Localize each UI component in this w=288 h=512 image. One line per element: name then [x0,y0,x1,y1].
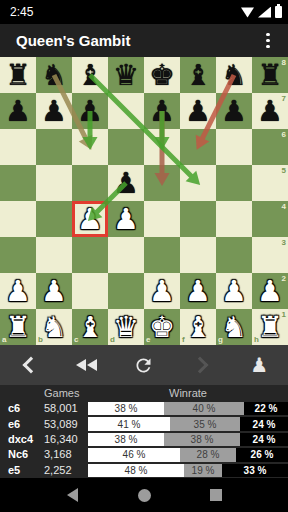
square-f5[interactable] [180,165,216,201]
winrate-bar: 38 %38 %24 % [88,433,288,446]
white-pawn-h2[interactable]: ♟ [252,273,288,309]
stats-row-dxc4[interactable]: dxc416,34038 %38 %24 % [0,432,288,447]
square-e6[interactable] [144,129,180,165]
square-f6[interactable] [180,129,216,165]
stats-rows: c658,00138 %40 %22 %e653,08941 %35 %24 %… [0,401,288,478]
games-count: 2,252 [44,463,86,478]
square-g7[interactable]: ♟ [216,93,252,129]
pawn-icon: ♟ [250,355,268,375]
square-b8[interactable]: ♞ [36,57,72,93]
black-winrate-segment: 24 % [240,417,288,430]
square-b3[interactable] [36,237,72,273]
rewind-icon [76,359,97,371]
square-d3[interactable] [108,237,144,273]
gray-winrate-segment: 35 % [170,417,240,430]
white-rook-a1[interactable]: ♜ [0,309,36,345]
stats-row-Nc6[interactable]: Nc63,16846 %28 %26 % [0,447,288,462]
games-count: 16,340 [44,432,86,447]
square-d6[interactable] [108,129,144,165]
stats-header: Games Winrate [0,385,288,401]
black-pawn-e7[interactable]: ♟ [144,93,180,129]
white-knight-b1[interactable]: ♞ [36,309,72,345]
rank-label-5: 5 [282,167,286,175]
android-back-button[interactable] [52,478,92,512]
white-pawn-b2[interactable]: ♟ [36,273,72,309]
chevron-right-icon [191,357,208,374]
square-e4[interactable] [144,201,180,237]
square-h1[interactable]: 1h♜ [252,309,288,345]
winrate-column-header: Winrate [88,387,288,399]
square-h6[interactable]: 6 [252,129,288,165]
black-king-e8[interactable]: ♚ [144,57,180,93]
square-a8[interactable]: ♜ [0,57,36,93]
square-e3[interactable] [144,237,180,273]
square-a7[interactable]: ♟ [0,93,36,129]
opening-stats-table: Games Winrate c658,00138 %40 %22 %e653,0… [0,385,288,478]
rank-label-3: 3 [282,239,286,247]
square-c4[interactable]: ♟ [72,201,108,237]
rank-label-4: 4 [282,203,286,211]
recents-square-icon [210,489,222,501]
square-a4[interactable] [0,201,36,237]
white-bishop-f1[interactable]: ♝ [180,309,216,345]
white-pawn-e2[interactable]: ♟ [144,273,180,309]
refresh-icon [133,355,154,376]
white-rook-h1[interactable]: ♜ [252,309,288,345]
battery-icon [275,6,282,18]
white-pawn-f2[interactable]: ♟ [180,273,216,309]
black-pawn-d5[interactable]: ♟ [108,165,144,201]
square-b5[interactable] [36,165,72,201]
games-count: 53,089 [44,417,86,432]
black-knight-b8[interactable]: ♞ [36,57,72,93]
square-d7[interactable] [108,93,144,129]
gray-winrate-segment: 40 % [164,402,244,415]
square-e8[interactable]: ♚ [144,57,180,93]
black-rook-a8[interactable]: ♜ [0,57,36,93]
winrate-bar: 46 %28 %26 % [88,448,288,461]
square-h8[interactable]: 8♜ [252,57,288,93]
white-bishop-c1[interactable]: ♝ [72,309,108,345]
black-pawn-a7[interactable]: ♟ [0,93,36,129]
square-a2[interactable]: ♟ [0,273,36,309]
square-c2[interactable] [72,273,108,309]
square-d4[interactable]: ♟ [108,201,144,237]
games-column-header: Games [44,387,79,399]
white-pawn-c4[interactable]: ♟ [72,201,108,237]
black-winrate-segment: 24 % [240,433,288,446]
black-pawn-b7[interactable]: ♟ [36,93,72,129]
square-f1[interactable]: f♝ [180,309,216,345]
stats-row-e6[interactable]: e653,08941 %35 %24 % [0,416,288,431]
winrate-bar: 38 %40 %22 % [88,402,288,415]
black-bishop-c8[interactable]: ♝ [72,57,108,93]
square-a1[interactable]: a♜ [0,309,36,345]
signal-icon [258,7,271,18]
black-winrate-segment: 22 % [244,402,288,415]
square-c1[interactable]: c♝ [72,309,108,345]
white-winrate-segment: 41 % [88,417,170,430]
status-bar: 2:45 [0,0,288,24]
square-f4[interactable] [180,201,216,237]
square-h5[interactable]: 5 [252,165,288,201]
rewind-to-start-button[interactable] [58,345,116,385]
square-c7[interactable]: ♟ [72,93,108,129]
winrate-bar: 41 %35 %24 % [88,417,288,430]
white-pawn-a2[interactable]: ♟ [0,273,36,309]
square-a5[interactable] [0,165,36,201]
square-b4[interactable] [36,201,72,237]
stats-row-c6[interactable]: c658,00138 %40 %22 % [0,401,288,416]
square-a6[interactable] [0,129,36,165]
white-king-e1[interactable]: ♚ [144,309,180,345]
page-title: Queen's Gambit [16,32,130,49]
wifi-icon [241,7,254,18]
black-rook-h8[interactable]: ♜ [252,57,288,93]
square-f3[interactable] [180,237,216,273]
white-winrate-segment: 38 % [88,433,164,446]
black-knight-g8[interactable]: ♞ [216,57,252,93]
square-d2[interactable] [108,273,144,309]
chevron-left-icon [22,357,39,374]
square-g8[interactable]: ♞ [216,57,252,93]
square-g6[interactable] [216,129,252,165]
android-recents-button[interactable] [196,478,236,512]
square-d8[interactable]: ♛ [108,57,144,93]
black-pawn-g7[interactable]: ♟ [216,93,252,129]
gray-winrate-segment: 28 % [180,448,236,461]
white-winrate-segment: 48 % [88,464,184,477]
back-button[interactable] [0,345,58,385]
square-g1[interactable]: g♞ [216,309,252,345]
practice-button[interactable]: ♟ [230,345,288,385]
rank-label-6: 6 [282,131,286,139]
black-queen-d8[interactable]: ♛ [108,57,144,93]
back-triangle-icon [67,488,78,502]
white-winrate-segment: 46 % [88,448,180,461]
gray-winrate-segment: 19 % [184,464,222,477]
square-d5[interactable]: ♟ [108,165,144,201]
white-winrate-segment: 38 % [88,402,164,415]
title-bar: Queen's Gambit [0,24,288,57]
move-label: e5 [8,463,42,478]
winrate-bar: 48 %19 %33 % [88,464,288,477]
status-icons [241,0,282,24]
app-screen: 2:45 Queen's Gambit ♜♞♝♛♚♝♞8♜♟♟♟♟♟♟7♟6♟5… [0,0,288,512]
square-e2[interactable]: ♟ [144,273,180,309]
square-f8[interactable]: ♝ [180,57,216,93]
square-g4[interactable] [216,201,252,237]
chess-board[interactable]: ♜♞♝♛♚♝♞8♜♟♟♟♟♟♟7♟6♟5♟♟43♟♟♟♟♟2♟a♜b♞c♝d♛e… [0,57,288,345]
games-count: 3,168 [44,447,86,462]
games-count: 58,001 [44,401,86,416]
square-f2[interactable]: ♟ [180,273,216,309]
white-queen-d1[interactable]: ♛ [108,309,144,345]
reset-button[interactable] [115,345,173,385]
gray-winrate-segment: 38 % [164,433,240,446]
android-nav-bar [0,478,288,512]
stats-row-e5[interactable]: e52,25248 %19 %33 % [0,463,288,478]
black-winrate-segment: 33 % [222,464,288,477]
black-pawn-c7[interactable]: ♟ [72,93,108,129]
square-h2[interactable]: 2♟ [252,273,288,309]
move-label: e6 [8,417,42,432]
square-g5[interactable] [216,165,252,201]
square-f7[interactable]: ♟ [180,93,216,129]
move-label: c6 [8,401,42,416]
square-h7[interactable]: 7♟ [252,93,288,129]
square-b6[interactable] [36,129,72,165]
square-c5[interactable] [72,165,108,201]
square-d1[interactable]: d♛ [108,309,144,345]
forward-button[interactable] [173,345,231,385]
black-bishop-f8[interactable]: ♝ [180,57,216,93]
square-b2[interactable]: ♟ [36,273,72,309]
android-home-button[interactable] [124,478,164,512]
white-pawn-g2[interactable]: ♟ [216,273,252,309]
white-pawn-d4[interactable]: ♟ [108,201,144,237]
square-h3[interactable]: 3 [252,237,288,273]
move-label: Nc6 [8,447,42,462]
white-knight-g1[interactable]: ♞ [216,309,252,345]
square-c6[interactable] [72,129,108,165]
square-a3[interactable] [0,237,36,273]
square-b1[interactable]: b♞ [36,309,72,345]
square-e5[interactable] [144,165,180,201]
square-c8[interactable]: ♝ [72,57,108,93]
board-toolbar: ♟ [0,345,288,385]
black-pawn-f7[interactable]: ♟ [180,93,216,129]
move-label: dxc4 [8,432,42,447]
square-e7[interactable]: ♟ [144,93,180,129]
square-c3[interactable] [72,237,108,273]
square-g3[interactable] [216,237,252,273]
square-e1[interactable]: e♚ [144,309,180,345]
clock: 2:45 [10,5,33,19]
overflow-menu-icon[interactable] [257,24,279,57]
home-circle-icon [138,489,151,502]
square-b7[interactable]: ♟ [36,93,72,129]
black-pawn-h7[interactable]: ♟ [252,93,288,129]
square-h4[interactable]: 4 [252,201,288,237]
square-g2[interactable]: ♟ [216,273,252,309]
black-winrate-segment: 26 % [236,448,288,461]
